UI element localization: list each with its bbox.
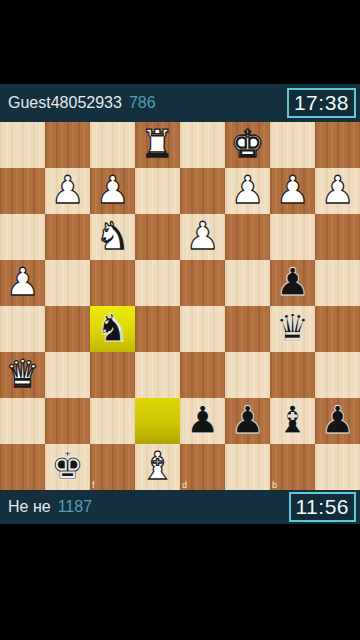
square-e5[interactable] — [135, 306, 180, 352]
square-d4[interactable] — [180, 260, 225, 306]
top-black-area — [0, 0, 360, 84]
square-f6[interactable] — [90, 352, 135, 398]
square-d6[interactable] — [180, 352, 225, 398]
top-player-clock: 17:38 — [287, 88, 356, 118]
file-label-b: b — [272, 480, 277, 490]
black-pawn: ♟ — [320, 401, 354, 439]
bottom-player-clock: 11:56 — [289, 492, 357, 522]
square-g8[interactable]: ♚ — [45, 444, 90, 490]
square-d7[interactable]: ♟ — [180, 398, 225, 444]
white-pawn: ♟ — [320, 171, 354, 209]
square-h7[interactable] — [0, 398, 45, 444]
white-knight: ♞ — [95, 217, 129, 255]
bottom-player-bar: Не не 1187 11:56 — [0, 490, 360, 524]
square-d1[interactable] — [180, 122, 225, 168]
square-e6[interactable] — [135, 352, 180, 398]
square-d8[interactable]: d — [180, 444, 225, 490]
square-a4[interactable] — [315, 260, 360, 306]
top-clock-time: 17:38 — [294, 91, 349, 115]
square-c8[interactable] — [225, 444, 270, 490]
square-e2[interactable] — [135, 168, 180, 214]
square-g1[interactable] — [45, 122, 90, 168]
square-c5[interactable] — [225, 306, 270, 352]
white-pawn: ♟ — [5, 263, 39, 301]
black-pawn: ♟ — [230, 401, 264, 439]
app-screen: Guest48052933 786 17:38 ♜♚♟♟♟♟♟♞♟♟♟♞♛♛♟♟… — [0, 0, 360, 640]
top-player-info: Guest48052933 786 — [8, 94, 156, 112]
file-label-d: d — [182, 480, 187, 490]
square-c2[interactable]: ♟ — [225, 168, 270, 214]
square-a1[interactable] — [315, 122, 360, 168]
square-f1[interactable] — [90, 122, 135, 168]
square-b2[interactable]: ♟ — [270, 168, 315, 214]
square-h4[interactable]: ♟ — [0, 260, 45, 306]
square-g7[interactable] — [45, 398, 90, 444]
square-h1[interactable] — [0, 122, 45, 168]
bottom-player-rating: 1187 — [58, 498, 92, 516]
white-pawn: ♟ — [95, 171, 129, 209]
square-b1[interactable] — [270, 122, 315, 168]
square-d2[interactable] — [180, 168, 225, 214]
black-bishop: ♝ — [275, 401, 309, 439]
square-d5[interactable] — [180, 306, 225, 352]
square-c3[interactable] — [225, 214, 270, 260]
file-label-f: f — [92, 480, 95, 490]
white-pawn: ♟ — [185, 217, 219, 255]
square-d3[interactable]: ♟ — [180, 214, 225, 260]
square-f4[interactable] — [90, 260, 135, 306]
square-h6[interactable]: ♛ — [0, 352, 45, 398]
square-g6[interactable] — [45, 352, 90, 398]
black-pawn: ♟ — [275, 263, 309, 301]
square-b5[interactable]: ♛ — [270, 306, 315, 352]
square-c4[interactable] — [225, 260, 270, 306]
square-a8[interactable] — [315, 444, 360, 490]
bottom-clock-time: 11:56 — [296, 495, 350, 519]
square-a7[interactable]: ♟ — [315, 398, 360, 444]
square-b4[interactable]: ♟ — [270, 260, 315, 306]
square-e3[interactable] — [135, 214, 180, 260]
square-h2[interactable] — [0, 168, 45, 214]
white-pawn: ♟ — [275, 171, 309, 209]
square-e8[interactable]: ♝ — [135, 444, 180, 490]
white-pawn: ♟ — [230, 171, 264, 209]
white-rook: ♜ — [140, 125, 174, 163]
square-h8[interactable] — [0, 444, 45, 490]
black-pawn: ♟ — [185, 401, 219, 439]
bottom-black-area — [0, 524, 360, 640]
square-g3[interactable] — [45, 214, 90, 260]
square-f2[interactable]: ♟ — [90, 168, 135, 214]
white-king: ♚ — [230, 125, 264, 163]
square-a3[interactable] — [315, 214, 360, 260]
square-b8[interactable]: b — [270, 444, 315, 490]
square-c7[interactable]: ♟ — [225, 398, 270, 444]
square-a2[interactable]: ♟ — [315, 168, 360, 214]
square-c6[interactable] — [225, 352, 270, 398]
square-f3[interactable]: ♞ — [90, 214, 135, 260]
square-h5[interactable] — [0, 306, 45, 352]
bottom-player-name: Не не — [8, 498, 51, 516]
chess-board[interactable]: ♜♚♟♟♟♟♟♞♟♟♟♞♛♛♟♟♝♟♚f♝db — [0, 122, 360, 490]
square-e4[interactable] — [135, 260, 180, 306]
square-b7[interactable]: ♝ — [270, 398, 315, 444]
white-queen: ♛ — [5, 355, 39, 393]
top-player-bar: Guest48052933 786 17:38 — [0, 84, 360, 122]
square-b3[interactable] — [270, 214, 315, 260]
black-king: ♚ — [50, 447, 84, 485]
square-a5[interactable] — [315, 306, 360, 352]
square-f5[interactable]: ♞ — [90, 306, 135, 352]
square-g4[interactable] — [45, 260, 90, 306]
square-e1[interactable]: ♜ — [135, 122, 180, 168]
square-b6[interactable] — [270, 352, 315, 398]
white-bishop: ♝ — [140, 447, 174, 485]
square-f7[interactable] — [90, 398, 135, 444]
black-queen: ♛ — [275, 309, 309, 347]
bottom-player-info: Не не 1187 — [8, 498, 92, 516]
square-c1[interactable]: ♚ — [225, 122, 270, 168]
black-knight: ♞ — [95, 309, 129, 347]
top-player-name: Guest48052933 — [8, 94, 122, 112]
top-player-rating: 786 — [129, 94, 156, 112]
square-a6[interactable] — [315, 352, 360, 398]
square-h3[interactable] — [0, 214, 45, 260]
square-g5[interactable] — [45, 306, 90, 352]
square-g2[interactable]: ♟ — [45, 168, 90, 214]
white-pawn: ♟ — [50, 171, 84, 209]
square-f8[interactable]: f — [90, 444, 135, 490]
square-e7[interactable] — [135, 398, 180, 444]
